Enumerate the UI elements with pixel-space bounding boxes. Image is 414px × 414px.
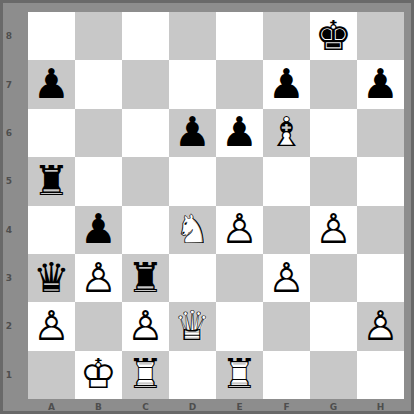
square-f5[interactable] [263, 157, 310, 205]
square-c7[interactable] [122, 60, 169, 108]
piece-outline-layer: ♔ [80, 354, 117, 395]
square-d1[interactable] [169, 351, 216, 399]
chess-board-frame: 87654321 ABCDEFGH ♚♟♟♟♟♟♝♗♜♟♞♘♟♙♟♙♛♟♙♜♟♙… [0, 0, 414, 414]
square-f7[interactable]: ♟ [263, 60, 310, 108]
piece-white-pawn[interactable]: ♟♙ [263, 254, 310, 302]
square-b4[interactable]: ♟ [75, 206, 122, 254]
square-h4[interactable] [357, 206, 404, 254]
file-label: G [310, 399, 357, 414]
piece-glyph: ♟ [362, 64, 399, 105]
file-label: D [169, 399, 216, 414]
file-label: E [216, 399, 263, 414]
square-a8[interactable] [28, 12, 75, 60]
square-c6[interactable] [122, 109, 169, 157]
square-g8[interactable]: ♚ [310, 12, 357, 60]
piece-black-king[interactable]: ♚ [310, 12, 357, 60]
square-c3[interactable]: ♜ [122, 254, 169, 302]
square-g7[interactable] [310, 60, 357, 108]
piece-outline-layer: ♕ [174, 306, 211, 347]
piece-white-bishop[interactable]: ♝♗ [263, 109, 310, 157]
file-label: H [357, 399, 404, 414]
square-e2[interactable] [216, 302, 263, 350]
square-g1[interactable] [310, 351, 357, 399]
piece-glyph: ♚ [315, 16, 352, 57]
piece-black-rook[interactable]: ♜ [28, 157, 75, 205]
rank-label: 2 [0, 302, 18, 350]
rank-label: 1 [0, 351, 18, 399]
piece-white-pawn[interactable]: ♟♙ [310, 206, 357, 254]
square-a6[interactable] [28, 109, 75, 157]
square-b8[interactable] [75, 12, 122, 60]
square-c4[interactable] [122, 206, 169, 254]
square-g3[interactable] [310, 254, 357, 302]
piece-white-pawn[interactable]: ♟♙ [28, 302, 75, 350]
file-label: C [122, 399, 169, 414]
piece-outline-layer: ♙ [221, 209, 258, 250]
square-e5[interactable] [216, 157, 263, 205]
square-d7[interactable] [169, 60, 216, 108]
piece-outline-layer: ♙ [127, 306, 164, 347]
square-b1[interactable]: ♚♔ [75, 351, 122, 399]
square-h8[interactable] [357, 12, 404, 60]
piece-white-king[interactable]: ♚♔ [75, 351, 122, 399]
file-label: B [75, 399, 122, 414]
square-f4[interactable] [263, 206, 310, 254]
rank-label: 7 [0, 60, 18, 108]
piece-white-rook[interactable]: ♜♖ [122, 351, 169, 399]
piece-glyph: ♟ [174, 112, 211, 153]
square-e6[interactable]: ♟ [216, 109, 263, 157]
rank-label: 6 [0, 109, 18, 157]
piece-white-pawn[interactable]: ♟♙ [357, 302, 404, 350]
square-d8[interactable] [169, 12, 216, 60]
square-f1[interactable] [263, 351, 310, 399]
square-b3[interactable]: ♟♙ [75, 254, 122, 302]
square-b5[interactable] [75, 157, 122, 205]
piece-white-queen[interactable]: ♛♕ [169, 302, 216, 350]
square-d2[interactable]: ♛♕ [169, 302, 216, 350]
piece-black-pawn[interactable]: ♟ [75, 206, 122, 254]
piece-glyph: ♟ [33, 64, 70, 105]
piece-outline-layer: ♘ [174, 209, 211, 250]
square-c1[interactable]: ♜♖ [122, 351, 169, 399]
square-h2[interactable]: ♟♙ [357, 302, 404, 350]
square-g6[interactable] [310, 109, 357, 157]
piece-white-pawn[interactable]: ♟♙ [75, 254, 122, 302]
square-d5[interactable] [169, 157, 216, 205]
square-e4[interactable]: ♟♙ [216, 206, 263, 254]
rank-label: 5 [0, 157, 18, 205]
square-e8[interactable] [216, 12, 263, 60]
piece-glyph: ♜ [127, 258, 164, 299]
piece-black-rook[interactable]: ♜ [122, 254, 169, 302]
square-e1[interactable]: ♜♖ [216, 351, 263, 399]
square-g4[interactable]: ♟♙ [310, 206, 357, 254]
square-b2[interactable] [75, 302, 122, 350]
square-e3[interactable] [216, 254, 263, 302]
square-f3[interactable]: ♟♙ [263, 254, 310, 302]
square-a2[interactable]: ♟♙ [28, 302, 75, 350]
square-g5[interactable] [310, 157, 357, 205]
square-g2[interactable] [310, 302, 357, 350]
piece-outline-layer: ♙ [33, 306, 70, 347]
rank-label: 3 [0, 254, 18, 302]
piece-outline-layer: ♙ [268, 258, 305, 299]
square-h1[interactable] [357, 351, 404, 399]
square-f6[interactable]: ♝♗ [263, 109, 310, 157]
piece-glyph: ♟ [221, 112, 258, 153]
piece-outline-layer: ♙ [80, 258, 117, 299]
square-b6[interactable] [75, 109, 122, 157]
piece-glyph: ♜ [33, 161, 70, 202]
piece-white-pawn[interactable]: ♟♙ [122, 302, 169, 350]
piece-outline-layer: ♙ [315, 209, 352, 250]
square-h3[interactable] [357, 254, 404, 302]
piece-white-rook[interactable]: ♜♖ [216, 351, 263, 399]
piece-black-pawn[interactable]: ♟ [263, 60, 310, 108]
square-d3[interactable] [169, 254, 216, 302]
piece-black-pawn[interactable]: ♟ [357, 60, 404, 108]
piece-black-pawn[interactable]: ♟ [216, 109, 263, 157]
piece-glyph: ♟ [268, 64, 305, 105]
piece-black-pawn[interactable]: ♟ [169, 109, 216, 157]
piece-glyph: ♟ [80, 209, 117, 250]
square-a5[interactable]: ♜ [28, 157, 75, 205]
square-d6[interactable]: ♟ [169, 109, 216, 157]
piece-outline-layer: ♖ [221, 354, 258, 395]
square-h5[interactable] [357, 157, 404, 205]
file-label: A [28, 399, 75, 414]
chess-board: ♚♟♟♟♟♟♝♗♜♟♞♘♟♙♟♙♛♟♙♜♟♙♟♙♟♙♛♕♟♙♚♔♜♖♜♖ [28, 12, 404, 399]
rank-labels: 87654321 [0, 12, 18, 399]
square-f8[interactable] [263, 12, 310, 60]
square-a4[interactable] [28, 206, 75, 254]
piece-white-pawn[interactable]: ♟♙ [216, 206, 263, 254]
rank-label: 4 [0, 206, 18, 254]
file-labels: ABCDEFGH [28, 399, 404, 414]
square-b7[interactable] [75, 60, 122, 108]
square-h7[interactable]: ♟ [357, 60, 404, 108]
piece-glyph: ♛ [33, 258, 70, 299]
file-label: F [263, 399, 310, 414]
square-d4[interactable]: ♞♘ [169, 206, 216, 254]
piece-outline-layer: ♖ [127, 354, 164, 395]
piece-white-knight[interactable]: ♞♘ [169, 206, 216, 254]
square-c5[interactable] [122, 157, 169, 205]
square-a3[interactable]: ♛ [28, 254, 75, 302]
rank-label: 8 [0, 12, 18, 60]
square-a1[interactable] [28, 351, 75, 399]
square-c8[interactable] [122, 12, 169, 60]
piece-black-pawn[interactable]: ♟ [28, 60, 75, 108]
piece-outline-layer: ♗ [268, 112, 305, 153]
piece-black-queen[interactable]: ♛ [28, 254, 75, 302]
square-a7[interactable]: ♟ [28, 60, 75, 108]
square-h6[interactable] [357, 109, 404, 157]
square-c2[interactable]: ♟♙ [122, 302, 169, 350]
square-f2[interactable] [263, 302, 310, 350]
piece-outline-layer: ♙ [362, 306, 399, 347]
square-e7[interactable] [216, 60, 263, 108]
